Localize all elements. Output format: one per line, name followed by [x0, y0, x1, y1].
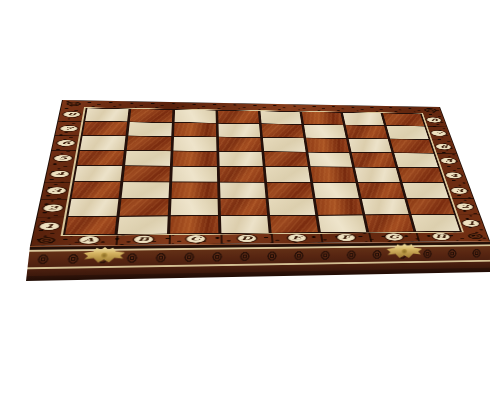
square-c2 [171, 199, 218, 215]
file-medallion: D [237, 235, 256, 243]
square-e7 [262, 124, 304, 137]
square-g7 [345, 125, 387, 138]
square-c4 [172, 167, 217, 182]
square-h5 [394, 153, 438, 167]
square-e5 [264, 152, 308, 166]
square-b1 [118, 216, 168, 233]
file-cell-f: F [319, 232, 369, 242]
square-c3 [172, 182, 218, 198]
rank-medallion: 6 [435, 144, 452, 150]
square-f4 [311, 167, 356, 182]
square-g1 [365, 215, 413, 232]
rank-medallion: 6 [57, 140, 75, 146]
file-cell-e: E [270, 233, 321, 244]
rank-medallion: 4 [50, 171, 69, 178]
square-g5 [351, 153, 395, 167]
chess-board-top: 87654321 87654321 ABCDEFGH [30, 100, 490, 246]
square-b6 [127, 136, 171, 150]
square-b5 [125, 151, 170, 166]
square-b2 [120, 199, 169, 216]
file-cell-c: C [168, 234, 220, 245]
square-a2 [68, 199, 119, 216]
rank-medallion: 1 [39, 222, 60, 230]
file-medallion: B [133, 236, 153, 244]
square-d1 [221, 216, 269, 233]
square-c5 [173, 151, 217, 165]
square-f2 [315, 199, 362, 215]
square-e8 [260, 111, 301, 124]
rank-medallion: 2 [43, 204, 63, 211]
square-g8 [343, 113, 384, 126]
square-g3 [358, 183, 404, 198]
product-photo-background: 87654321 87654321 ABCDEFGH [0, 0, 500, 400]
rank-medallion: 7 [431, 130, 447, 135]
square-b8 [130, 109, 172, 122]
square-e1 [270, 216, 318, 233]
file-medallion: C [186, 235, 205, 243]
square-a5 [77, 151, 124, 166]
square-d4 [220, 167, 264, 182]
square-d2 [221, 199, 267, 215]
rank-medallion: 5 [53, 155, 72, 161]
square-g4 [355, 168, 400, 182]
file-cell-h: H [415, 232, 465, 242]
square-c1 [170, 216, 218, 233]
square-e3 [267, 183, 313, 198]
square-f6 [306, 138, 349, 152]
square-f3 [313, 183, 359, 198]
playing-field-border [60, 107, 463, 236]
square-a4 [74, 166, 122, 181]
square-h4 [398, 168, 443, 182]
square-g2 [362, 199, 409, 215]
rank-medallion: 8 [63, 111, 81, 117]
file-medallion: H [431, 233, 450, 240]
square-h1 [411, 215, 459, 231]
square-a7 [82, 122, 127, 136]
box-front-face [26, 241, 490, 281]
square-a1 [65, 217, 117, 235]
file-medallion: A [78, 236, 99, 244]
file-cell-a: A [60, 235, 116, 246]
square-e4 [266, 167, 310, 182]
square-d7 [219, 124, 261, 137]
square-b7 [129, 122, 172, 136]
rank-medallion: 1 [462, 220, 481, 227]
square-g6 [348, 139, 391, 152]
square-h8 [383, 113, 424, 126]
square-f8 [302, 112, 343, 125]
board-field [62, 108, 461, 235]
square-b3 [122, 182, 170, 198]
rank-medallion: 3 [46, 187, 66, 194]
square-b4 [124, 166, 170, 181]
rank-medallion: 2 [456, 203, 474, 210]
square-e6 [263, 138, 306, 152]
square-c7 [174, 123, 216, 137]
rank-medallion: 4 [445, 172, 462, 178]
square-d5 [219, 152, 262, 166]
square-f1 [318, 215, 366, 232]
file-medallion: F [336, 234, 355, 241]
square-f5 [308, 153, 352, 167]
rank-medallion: 8 [426, 117, 442, 122]
file-cell-b: B [115, 234, 169, 245]
rank-medallion: 5 [440, 158, 457, 164]
square-h7 [386, 126, 428, 139]
square-h2 [407, 199, 454, 215]
square-d8 [218, 110, 259, 123]
square-c6 [174, 137, 217, 151]
frame-corner-swirl [30, 235, 62, 246]
square-c8 [175, 110, 216, 123]
rank-medallion: 7 [60, 125, 78, 131]
file-cell-d: D [220, 233, 271, 244]
square-f7 [304, 125, 346, 138]
file-medallion: E [287, 234, 306, 242]
file-cell-g: G [368, 232, 418, 242]
square-d3 [220, 183, 265, 198]
square-h6 [390, 139, 433, 152]
rank-medallion: 3 [450, 187, 468, 193]
square-a8 [85, 108, 129, 121]
square-a3 [71, 182, 121, 198]
square-a6 [80, 136, 126, 150]
square-e2 [269, 199, 316, 215]
frame-corner-swirl [461, 231, 490, 241]
square-h3 [402, 183, 448, 198]
square-d6 [219, 137, 262, 151]
file-medallion: G [384, 233, 403, 240]
